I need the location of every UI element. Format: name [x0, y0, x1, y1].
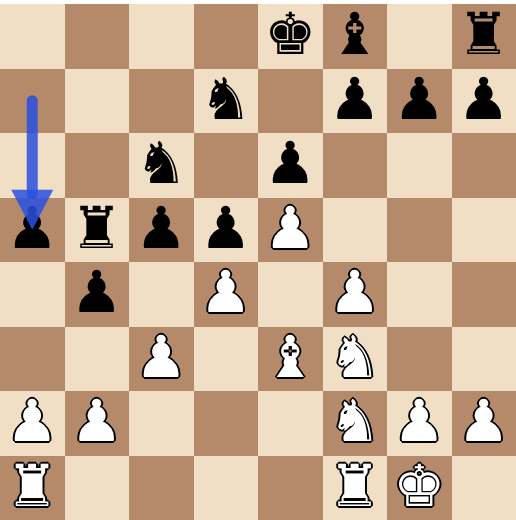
square-h6[interactable] [452, 133, 516, 198]
chess-board-container: ♚♝♜♞♟♟♟♞♟♟♜♟♟♟♟♟♟♟♝♞♟♟♞♟♟♜♜♚ [0, 4, 516, 520]
square-h2[interactable]: ♟ [452, 391, 516, 456]
piece-white-knight[interactable]: ♞ [329, 328, 381, 386]
square-a6[interactable] [0, 133, 65, 198]
square-f4[interactable]: ♟ [323, 262, 388, 327]
square-b5[interactable]: ♜ [65, 198, 130, 263]
square-e7[interactable] [258, 69, 323, 134]
square-b2[interactable]: ♟ [65, 391, 130, 456]
piece-black-pawn[interactable]: ♟ [393, 70, 445, 128]
square-c7[interactable] [129, 69, 194, 134]
square-b1[interactable] [65, 456, 130, 520]
square-c2[interactable] [129, 391, 194, 456]
square-d6[interactable] [194, 133, 259, 198]
square-f3[interactable]: ♞ [323, 327, 388, 392]
square-e5[interactable]: ♟ [258, 198, 323, 263]
square-a2[interactable]: ♟ [0, 391, 65, 456]
square-b8[interactable] [65, 4, 130, 69]
piece-white-king[interactable]: ♚ [393, 457, 445, 515]
square-f6[interactable] [323, 133, 388, 198]
square-g2[interactable]: ♟ [387, 391, 452, 456]
piece-white-pawn[interactable]: ♟ [393, 392, 445, 450]
square-c4[interactable] [129, 262, 194, 327]
square-e6[interactable]: ♟ [258, 133, 323, 198]
square-d2[interactable] [194, 391, 259, 456]
square-d7[interactable]: ♞ [194, 69, 259, 134]
piece-black-knight[interactable]: ♞ [135, 134, 187, 192]
square-f8[interactable]: ♝ [323, 4, 388, 69]
square-a1[interactable]: ♜ [0, 456, 65, 520]
piece-white-pawn[interactable]: ♟ [264, 199, 316, 257]
square-b6[interactable] [65, 133, 130, 198]
square-c5[interactable]: ♟ [129, 198, 194, 263]
square-h8[interactable]: ♜ [452, 4, 516, 69]
piece-white-pawn[interactable]: ♟ [329, 263, 381, 321]
square-g1[interactable]: ♚ [387, 456, 452, 520]
square-b3[interactable] [65, 327, 130, 392]
square-g6[interactable] [387, 133, 452, 198]
piece-black-pawn[interactable]: ♟ [6, 199, 58, 257]
piece-white-rook[interactable]: ♜ [6, 457, 58, 515]
square-g4[interactable] [387, 262, 452, 327]
square-e1[interactable] [258, 456, 323, 520]
square-d1[interactable] [194, 456, 259, 520]
square-e8[interactable]: ♚ [258, 4, 323, 69]
square-h3[interactable] [452, 327, 516, 392]
piece-white-knight[interactable]: ♞ [329, 392, 381, 450]
piece-black-knight[interactable]: ♞ [200, 70, 252, 128]
piece-white-pawn[interactable]: ♟ [135, 328, 187, 386]
square-a3[interactable] [0, 327, 65, 392]
square-f5[interactable] [323, 198, 388, 263]
square-a5[interactable]: ♟ [0, 198, 65, 263]
square-h7[interactable]: ♟ [452, 69, 516, 134]
square-g8[interactable] [387, 4, 452, 69]
piece-black-rook[interactable]: ♜ [71, 199, 123, 257]
square-a8[interactable] [0, 4, 65, 69]
square-c8[interactable] [129, 4, 194, 69]
piece-black-pawn[interactable]: ♟ [264, 134, 316, 192]
square-d3[interactable] [194, 327, 259, 392]
square-h4[interactable] [452, 262, 516, 327]
square-h1[interactable] [452, 456, 516, 520]
piece-white-bishop[interactable]: ♝ [264, 328, 316, 386]
square-g7[interactable]: ♟ [387, 69, 452, 134]
square-e3[interactable]: ♝ [258, 327, 323, 392]
square-g5[interactable] [387, 198, 452, 263]
piece-white-pawn[interactable]: ♟ [71, 392, 123, 450]
piece-black-pawn[interactable]: ♟ [200, 199, 252, 257]
square-b4[interactable]: ♟ [65, 262, 130, 327]
piece-black-pawn[interactable]: ♟ [458, 70, 510, 128]
piece-black-pawn[interactable]: ♟ [329, 70, 381, 128]
piece-black-pawn[interactable]: ♟ [71, 263, 123, 321]
piece-black-king[interactable]: ♚ [264, 5, 316, 63]
chess-board[interactable]: ♚♝♜♞♟♟♟♞♟♟♜♟♟♟♟♟♟♟♝♞♟♟♞♟♟♜♜♚ [0, 4, 516, 520]
square-g3[interactable] [387, 327, 452, 392]
square-f2[interactable]: ♞ [323, 391, 388, 456]
piece-black-rook[interactable]: ♜ [458, 5, 510, 63]
piece-white-rook[interactable]: ♜ [329, 457, 381, 515]
piece-white-pawn[interactable]: ♟ [6, 392, 58, 450]
square-c6[interactable]: ♞ [129, 133, 194, 198]
square-e4[interactable] [258, 262, 323, 327]
square-d8[interactable] [194, 4, 259, 69]
square-f1[interactable]: ♜ [323, 456, 388, 520]
square-d5[interactable]: ♟ [194, 198, 259, 263]
square-d4[interactable]: ♟ [194, 262, 259, 327]
square-a4[interactable] [0, 262, 65, 327]
piece-white-pawn[interactable]: ♟ [458, 392, 510, 450]
piece-white-pawn[interactable]: ♟ [200, 263, 252, 321]
square-f7[interactable]: ♟ [323, 69, 388, 134]
piece-black-bishop[interactable]: ♝ [329, 5, 381, 63]
piece-black-pawn[interactable]: ♟ [135, 199, 187, 257]
square-h5[interactable] [452, 198, 516, 263]
square-c1[interactable] [129, 456, 194, 520]
square-a7[interactable] [0, 69, 65, 134]
square-e2[interactable] [258, 391, 323, 456]
square-c3[interactable]: ♟ [129, 327, 194, 392]
square-b7[interactable] [65, 69, 130, 134]
